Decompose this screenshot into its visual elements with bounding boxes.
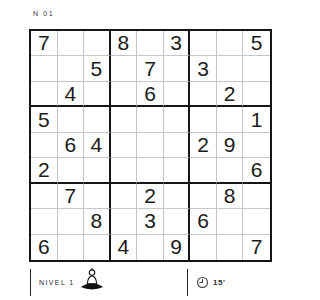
sudoku-cell-r6c6[interactable] bbox=[164, 158, 191, 183]
sudoku-cell-r8c3[interactable]: 8 bbox=[84, 209, 111, 234]
sudoku-cell-r1c8[interactable] bbox=[217, 31, 244, 56]
sudoku-cell-r1c4[interactable]: 8 bbox=[111, 31, 138, 56]
sudoku-cell-r7c1[interactable] bbox=[31, 184, 58, 209]
level-indicator: NIVEL 1 bbox=[30, 269, 104, 296]
clock-icon bbox=[196, 276, 209, 289]
sudoku-cell-r7c4[interactable] bbox=[111, 184, 138, 209]
sudoku-cell-r2c9[interactable] bbox=[243, 56, 270, 81]
sudoku-cell-r5c2[interactable]: 6 bbox=[58, 133, 85, 158]
sudoku-cell-r8c6[interactable] bbox=[164, 209, 191, 234]
sudoku-cell-r6c8[interactable] bbox=[217, 158, 244, 183]
sudoku-cell-r9c7[interactable] bbox=[190, 235, 217, 260]
sudoku-cell-r1c6[interactable]: 3 bbox=[164, 31, 191, 56]
sudoku-cell-r9c4[interactable]: 4 bbox=[111, 235, 138, 260]
sudoku-cell-r7c5[interactable]: 2 bbox=[137, 184, 164, 209]
sudoku-cell-r4c2[interactable] bbox=[58, 107, 85, 132]
sudoku-cell-r6c9[interactable]: 6 bbox=[243, 158, 270, 183]
sudoku-grid: 7835573462516429267288366497 bbox=[31, 31, 270, 260]
sudoku-cell-r2c2[interactable] bbox=[58, 56, 85, 81]
sudoku-cell-r6c5[interactable] bbox=[137, 158, 164, 183]
sudoku-board: 7835573462516429267288366497 bbox=[29, 29, 272, 262]
sudoku-cell-r7c7[interactable] bbox=[190, 184, 217, 209]
sudoku-cell-r5c1[interactable] bbox=[31, 133, 58, 158]
time-label: 15' bbox=[213, 278, 226, 287]
sudoku-cell-r5c9[interactable] bbox=[243, 133, 270, 158]
sudoku-cell-r3c4[interactable] bbox=[111, 82, 138, 107]
sudoku-cell-r1c2[interactable] bbox=[58, 31, 85, 56]
sudoku-cell-r3c1[interactable] bbox=[31, 82, 58, 107]
sudoku-cell-r8c5[interactable]: 3 bbox=[137, 209, 164, 234]
sudoku-cell-r8c9[interactable] bbox=[243, 209, 270, 234]
time-indicator: 15' bbox=[187, 269, 226, 296]
sudoku-cell-r7c2[interactable]: 7 bbox=[58, 184, 85, 209]
sudoku-cell-r5c5[interactable] bbox=[137, 133, 164, 158]
sudoku-cell-r5c8[interactable]: 9 bbox=[217, 133, 244, 158]
sudoku-cell-r4c9[interactable]: 1 bbox=[243, 107, 270, 132]
sudoku-cell-r9c9[interactable]: 7 bbox=[243, 235, 270, 260]
sudoku-cell-r3c3[interactable] bbox=[84, 82, 111, 107]
sudoku-cell-r3c9[interactable] bbox=[243, 82, 270, 107]
sudoku-cell-r6c7[interactable] bbox=[190, 158, 217, 183]
sudoku-cell-r2c5[interactable]: 7 bbox=[137, 56, 164, 81]
sudoku-cell-r7c3[interactable] bbox=[84, 184, 111, 209]
sudoku-cell-r5c6[interactable] bbox=[164, 133, 191, 158]
sudoku-cell-r9c6[interactable]: 9 bbox=[164, 235, 191, 260]
sudoku-cell-r7c6[interactable] bbox=[164, 184, 191, 209]
sudoku-cell-r1c1[interactable]: 7 bbox=[31, 31, 58, 56]
sudoku-cell-r7c9[interactable] bbox=[243, 184, 270, 209]
sudoku-cell-r9c1[interactable]: 6 bbox=[31, 235, 58, 260]
level-label: NIVEL 1 bbox=[39, 279, 75, 286]
sudoku-cell-r3c5[interactable]: 6 bbox=[137, 82, 164, 107]
sudoku-cell-r2c8[interactable] bbox=[217, 56, 244, 81]
sudoku-cell-r2c3[interactable]: 5 bbox=[84, 56, 111, 81]
sudoku-cell-r4c1[interactable]: 5 bbox=[31, 107, 58, 132]
sudoku-cell-r2c7[interactable]: 3 bbox=[190, 56, 217, 81]
meditation-icon bbox=[80, 267, 104, 293]
sudoku-cell-r2c1[interactable] bbox=[31, 56, 58, 81]
sudoku-cell-r8c7[interactable]: 6 bbox=[190, 209, 217, 234]
sudoku-cell-r9c2[interactable] bbox=[58, 235, 85, 260]
sudoku-cell-r9c8[interactable] bbox=[217, 235, 244, 260]
sudoku-cell-r2c6[interactable] bbox=[164, 56, 191, 81]
sudoku-cell-r3c2[interactable]: 4 bbox=[58, 82, 85, 107]
sudoku-cell-r4c7[interactable] bbox=[190, 107, 217, 132]
sudoku-cell-r6c4[interactable] bbox=[111, 158, 138, 183]
sudoku-cell-r4c8[interactable] bbox=[217, 107, 244, 132]
sudoku-cell-r1c9[interactable]: 5 bbox=[243, 31, 270, 56]
sudoku-cell-r5c7[interactable]: 2 bbox=[190, 133, 217, 158]
sudoku-cell-r1c5[interactable] bbox=[137, 31, 164, 56]
sudoku-cell-r8c4[interactable] bbox=[111, 209, 138, 234]
sudoku-cell-r9c3[interactable] bbox=[84, 235, 111, 260]
sudoku-cell-r8c8[interactable] bbox=[217, 209, 244, 234]
sudoku-cell-r9c5[interactable] bbox=[137, 235, 164, 260]
sudoku-cell-r3c7[interactable] bbox=[190, 82, 217, 107]
sudoku-cell-r1c3[interactable] bbox=[84, 31, 111, 56]
sudoku-cell-r2c4[interactable] bbox=[111, 56, 138, 81]
sudoku-cell-r8c2[interactable] bbox=[58, 209, 85, 234]
sudoku-cell-r1c7[interactable] bbox=[190, 31, 217, 56]
sudoku-cell-r5c3[interactable]: 4 bbox=[84, 133, 111, 158]
sudoku-cell-r4c5[interactable] bbox=[137, 107, 164, 132]
sudoku-cell-r3c8[interactable]: 2 bbox=[217, 82, 244, 107]
sudoku-cell-r4c4[interactable] bbox=[111, 107, 138, 132]
sudoku-cell-r4c3[interactable] bbox=[84, 107, 111, 132]
puzzle-number: N 01 bbox=[33, 10, 54, 17]
sudoku-cell-r3c6[interactable] bbox=[164, 82, 191, 107]
sudoku-cell-r6c2[interactable] bbox=[58, 158, 85, 183]
sudoku-cell-r5c4[interactable] bbox=[111, 133, 138, 158]
sudoku-cell-r7c8[interactable]: 8 bbox=[217, 184, 244, 209]
sudoku-cell-r8c1[interactable] bbox=[31, 209, 58, 234]
sudoku-cell-r6c3[interactable] bbox=[84, 158, 111, 183]
sudoku-cell-r6c1[interactable]: 2 bbox=[31, 158, 58, 183]
sudoku-cell-r4c6[interactable] bbox=[164, 107, 191, 132]
